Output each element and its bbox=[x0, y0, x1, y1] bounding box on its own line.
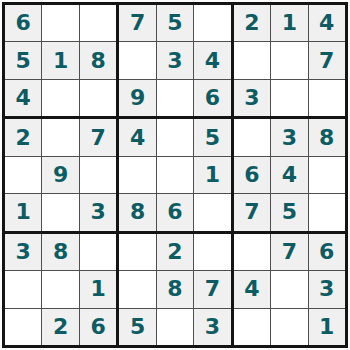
cell-r5c4[interactable] bbox=[119, 157, 155, 193]
cell-r1c8: 1 bbox=[271, 5, 307, 41]
cell-r8c3: 1 bbox=[80, 271, 116, 307]
cell-r3c7: 3 bbox=[234, 80, 270, 116]
cell-r2c2: 1 bbox=[42, 42, 78, 78]
cell-r7c7[interactable] bbox=[234, 234, 270, 270]
cell-r1c6[interactable] bbox=[194, 5, 230, 41]
cell-r6c4: 8 bbox=[119, 194, 155, 230]
cell-r1c5: 5 bbox=[157, 5, 193, 41]
cell-r6c3: 3 bbox=[80, 194, 116, 230]
cell-r3c2[interactable] bbox=[42, 80, 78, 116]
cell-r6c5: 6 bbox=[157, 194, 193, 230]
box-3: 21473 bbox=[234, 5, 345, 116]
cell-r4c5[interactable] bbox=[157, 119, 193, 155]
cell-r5c7: 6 bbox=[234, 157, 270, 193]
cell-r8c7: 4 bbox=[234, 271, 270, 307]
box-6: 386475 bbox=[234, 119, 345, 230]
cell-r8c1[interactable] bbox=[5, 271, 41, 307]
cell-r6c6[interactable] bbox=[194, 194, 230, 230]
cell-r6c1: 1 bbox=[5, 194, 41, 230]
cell-r3c1: 4 bbox=[5, 80, 41, 116]
box-4: 27913 bbox=[5, 119, 116, 230]
cell-r6c7: 7 bbox=[234, 194, 270, 230]
cell-r7c4[interactable] bbox=[119, 234, 155, 270]
cell-r3c3[interactable] bbox=[80, 80, 116, 116]
cell-r8c8[interactable] bbox=[271, 271, 307, 307]
box-1: 65184 bbox=[5, 5, 116, 116]
cell-r4c8: 3 bbox=[271, 119, 307, 155]
cell-r1c1: 6 bbox=[5, 5, 41, 41]
cell-r5c6: 1 bbox=[194, 157, 230, 193]
cell-r3c8[interactable] bbox=[271, 80, 307, 116]
cell-r4c1: 2 bbox=[5, 119, 41, 155]
cell-r5c8: 4 bbox=[271, 157, 307, 193]
cell-r8c4[interactable] bbox=[119, 271, 155, 307]
cell-r5c9[interactable] bbox=[309, 157, 345, 193]
cell-r9c1[interactable] bbox=[5, 309, 41, 345]
cell-r2c8[interactable] bbox=[271, 42, 307, 78]
cell-r9c6: 3 bbox=[194, 309, 230, 345]
cell-r8c6: 7 bbox=[194, 271, 230, 307]
cell-r2c5: 3 bbox=[157, 42, 193, 78]
cell-r5c2: 9 bbox=[42, 157, 78, 193]
cell-r9c3: 6 bbox=[80, 309, 116, 345]
box-7: 38126 bbox=[5, 234, 116, 345]
cell-r4c9: 8 bbox=[309, 119, 345, 155]
cell-r5c1[interactable] bbox=[5, 157, 41, 193]
cell-r8c2[interactable] bbox=[42, 271, 78, 307]
cell-r7c1: 3 bbox=[5, 234, 41, 270]
cell-r6c9[interactable] bbox=[309, 194, 345, 230]
cell-r7c8: 7 bbox=[271, 234, 307, 270]
box-2: 753496 bbox=[119, 5, 230, 116]
cell-r7c9: 6 bbox=[309, 234, 345, 270]
cell-r2c3: 8 bbox=[80, 42, 116, 78]
cell-r9c5[interactable] bbox=[157, 309, 193, 345]
box-9: 76431 bbox=[234, 234, 345, 345]
cell-r9c7[interactable] bbox=[234, 309, 270, 345]
cell-r7c5: 2 bbox=[157, 234, 193, 270]
cell-r9c9: 1 bbox=[309, 309, 345, 345]
cell-r2c1: 5 bbox=[5, 42, 41, 78]
cell-r3c4: 9 bbox=[119, 80, 155, 116]
cell-r7c2: 8 bbox=[42, 234, 78, 270]
cell-r4c3: 7 bbox=[80, 119, 116, 155]
box-5: 45186 bbox=[119, 119, 230, 230]
box-8: 28753 bbox=[119, 234, 230, 345]
cell-r2c6: 4 bbox=[194, 42, 230, 78]
sudoku-page: 6518475349621473279134518638647538126287… bbox=[0, 0, 350, 350]
cell-r6c8: 5 bbox=[271, 194, 307, 230]
cell-r7c6[interactable] bbox=[194, 234, 230, 270]
cell-r3c5[interactable] bbox=[157, 80, 193, 116]
cell-r1c9: 4 bbox=[309, 5, 345, 41]
cell-r2c7[interactable] bbox=[234, 42, 270, 78]
cell-r1c4: 7 bbox=[119, 5, 155, 41]
cell-r4c7[interactable] bbox=[234, 119, 270, 155]
cell-r9c8[interactable] bbox=[271, 309, 307, 345]
cell-r4c2[interactable] bbox=[42, 119, 78, 155]
cell-r6c2[interactable] bbox=[42, 194, 78, 230]
sudoku-board: 6518475349621473279134518638647538126287… bbox=[2, 2, 348, 348]
cell-r9c4: 5 bbox=[119, 309, 155, 345]
cell-r3c9[interactable] bbox=[309, 80, 345, 116]
cell-r5c3[interactable] bbox=[80, 157, 116, 193]
cell-r2c9: 7 bbox=[309, 42, 345, 78]
cell-r7c3[interactable] bbox=[80, 234, 116, 270]
cell-r8c9: 3 bbox=[309, 271, 345, 307]
cell-r3c6: 6 bbox=[194, 80, 230, 116]
cell-r1c2[interactable] bbox=[42, 5, 78, 41]
cell-r2c4[interactable] bbox=[119, 42, 155, 78]
cell-r1c7: 2 bbox=[234, 5, 270, 41]
cell-r4c4: 4 bbox=[119, 119, 155, 155]
cell-r8c5: 8 bbox=[157, 271, 193, 307]
cell-r4c6: 5 bbox=[194, 119, 230, 155]
cell-r9c2: 2 bbox=[42, 309, 78, 345]
cell-r5c5[interactable] bbox=[157, 157, 193, 193]
cell-r1c3[interactable] bbox=[80, 5, 116, 41]
